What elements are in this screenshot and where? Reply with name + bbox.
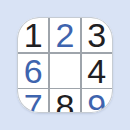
sudoku-cell-r0c1: 2 [50,18,80,52]
sudoku-cell-r2c0: 7 [18,89,48,113]
sudoku-app-icon[interactable]: 1 2 3 6 4 7 8 9 [17,17,113,113]
sudoku-cell-r0c2: 3 [82,18,112,52]
sudoku-cell-r1c2: 4 [82,54,112,88]
sudoku-cell-r1c0: 6 [18,54,48,88]
sudoku-cell-r0c0: 1 [18,18,48,52]
sudoku-cell-r1c1 [50,54,80,88]
sudoku-grid: 1 2 3 6 4 7 8 9 [17,17,113,113]
sudoku-cell-r2c2: 9 [82,89,112,113]
sudoku-cell-r2c1: 8 [50,89,80,113]
